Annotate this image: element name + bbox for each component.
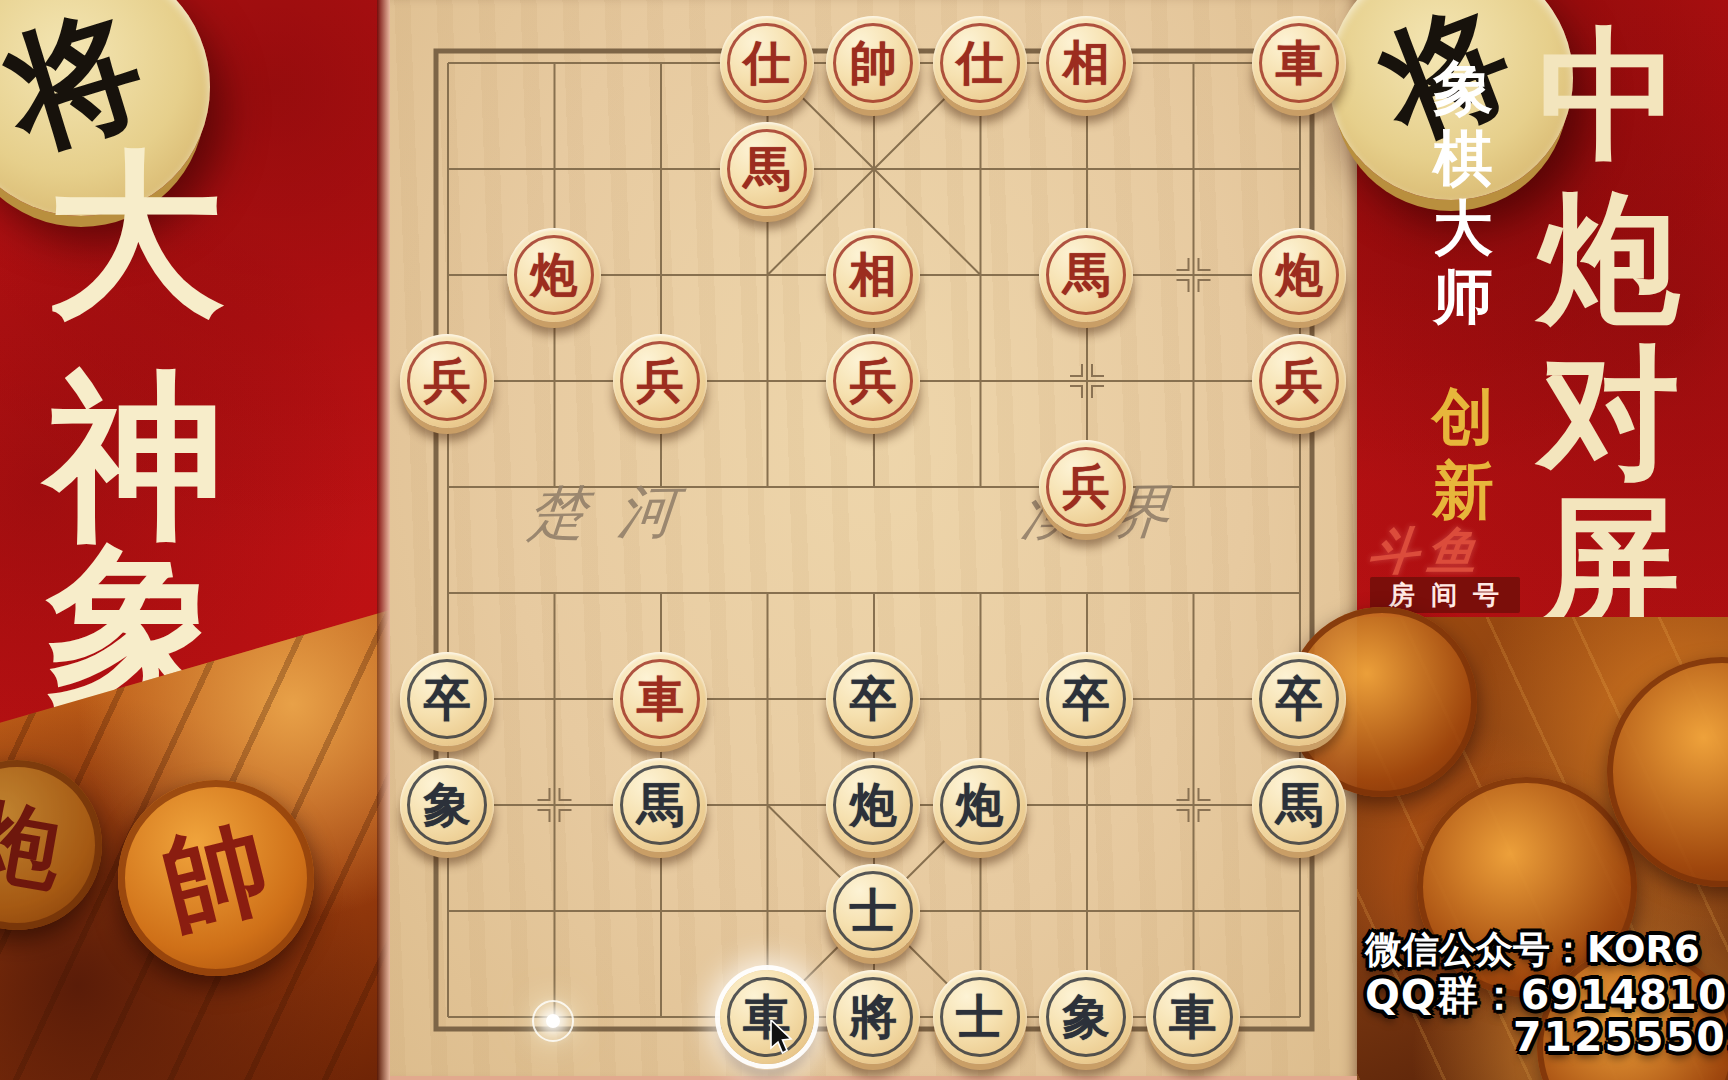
main-title-char-3: 对	[1533, 342, 1685, 484]
board-intersection-a6: 卒	[394, 646, 501, 752]
xiangqi-piece-red-d0[interactable]: 仕	[720, 16, 814, 110]
board-intersection-c3: 兵	[607, 328, 714, 434]
main-title-char-2: 炮	[1533, 188, 1685, 330]
board-intersection-a3: 兵	[394, 328, 501, 434]
board-intersection-g9: 象	[1033, 964, 1140, 1070]
piece-character: 象	[424, 774, 471, 837]
main-title-char-1: 中	[1533, 24, 1685, 166]
piece-character: 相	[1063, 32, 1110, 95]
xiangqi-piece-red-i0[interactable]: 車	[1252, 16, 1346, 110]
piece-character: 卒	[424, 668, 471, 731]
piece-character: 仕	[743, 32, 790, 95]
piece-character: 將	[850, 986, 897, 1049]
xiangqi-piece-black-d9[interactable]: 車	[720, 970, 814, 1064]
board-intersection-e7: 炮	[820, 752, 927, 858]
board-intersection-d0: 仕	[714, 10, 821, 116]
piece-character: 兵	[637, 350, 684, 413]
piece-character: 兵	[850, 350, 897, 413]
xiangqi-piece-red-g0[interactable]: 相	[1039, 16, 1133, 110]
main-title-char-4: 屏	[1533, 492, 1685, 634]
piece-character: 兵	[1276, 350, 1323, 413]
board-intersection-f9: 士	[927, 964, 1034, 1070]
piece-character: 車	[1169, 986, 1216, 1049]
piece-character: 炮	[956, 774, 1003, 837]
subtitle-char-3: 大	[1431, 198, 1495, 258]
piece-character: 馬	[1063, 244, 1110, 307]
board-intersection-e0: 帥	[820, 10, 927, 116]
piece-character: 卒	[850, 668, 897, 731]
xiangqi-piece-black-e7[interactable]: 炮	[826, 758, 920, 852]
board-intersection-g4: 兵	[1033, 434, 1140, 540]
piece-character: 炮	[1276, 244, 1323, 307]
xiangqi-piece-red-g4[interactable]: 兵	[1039, 440, 1133, 534]
piece-character: 士	[850, 880, 897, 943]
board-intersection-b2: 炮	[501, 222, 608, 328]
board-intersection-e9: 將	[820, 964, 927, 1070]
piece-character: 仕	[956, 32, 1003, 95]
piece-character: 炮	[530, 244, 577, 307]
xiangqi-piece-red-e0[interactable]: 帥	[826, 16, 920, 110]
board-intersection-c7: 馬	[607, 752, 714, 858]
xiangqi-board: 仕帥仕相車馬炮相馬炮兵兵兵兵兵車卒卒卒卒象馬炮炮馬士車將士象車	[394, 10, 1353, 1070]
board-intersection-f7: 炮	[927, 752, 1034, 858]
xiangqi-piece-red-d1[interactable]: 馬	[720, 122, 814, 216]
board-intersection-d9: 車	[714, 964, 821, 1070]
piece-character: 車	[637, 668, 684, 731]
board-intersection-i7: 馬	[1246, 752, 1353, 858]
subtitle-char-4: 师	[1431, 266, 1495, 326]
xiangqi-piece-black-h9[interactable]: 車	[1146, 970, 1240, 1064]
board-intersection-a7: 象	[394, 752, 501, 858]
board-intersection-i2: 炮	[1246, 222, 1353, 328]
xiangqi-piece-black-e6[interactable]: 卒	[826, 652, 920, 746]
right-banner: 将 象 棋 大 师 创 新 中 炮 对 屏 风 马 斗鱼 房间号 1227260	[1357, 0, 1728, 1080]
subtitle-char-1: 象	[1431, 58, 1495, 118]
piece-character: 馬	[637, 774, 684, 837]
board-intersection-g0: 相	[1033, 10, 1140, 116]
xiangqi-piece-black-i7[interactable]: 馬	[1252, 758, 1346, 852]
xiangqi-piece-black-e9[interactable]: 將	[826, 970, 920, 1064]
piece-character: 卒	[1276, 668, 1323, 731]
mouse-cursor	[770, 1020, 794, 1056]
xiangqi-piece-red-i3[interactable]: 兵	[1252, 334, 1346, 428]
xiangqi-piece-red-a3[interactable]: 兵	[400, 334, 494, 428]
xiangqi-piece-red-g2[interactable]: 馬	[1039, 228, 1133, 322]
piece-character: 炮	[850, 774, 897, 837]
xiangqi-board-panel: 楚河 漢界 仕帥仕相車馬炮相馬炮兵兵兵兵兵車卒卒卒卒象馬炮炮馬士車將士象車	[390, 0, 1357, 1080]
bottom-edge-strip	[390, 1076, 1357, 1080]
piece-character: 馬	[743, 138, 790, 201]
board-intersection-e3: 兵	[820, 328, 927, 434]
xiangqi-piece-red-f0[interactable]: 仕	[933, 16, 1027, 110]
xiangqi-piece-black-i6[interactable]: 卒	[1252, 652, 1346, 746]
board-intersection-i0: 車	[1246, 10, 1353, 116]
board-intersection-d1: 馬	[714, 116, 821, 222]
accent-char-1: 创	[1429, 386, 1497, 448]
board-intersection-e6: 卒	[820, 646, 927, 752]
xiangqi-piece-black-f7[interactable]: 炮	[933, 758, 1027, 852]
xiangqi-piece-black-a6[interactable]: 卒	[400, 652, 494, 746]
board-intersection-e2: 相	[820, 222, 927, 328]
piece-character: 相	[850, 244, 897, 307]
stream-frame: 将 大 神 象 棋 炮 帥 楚河 漢界 仕帥仕相車馬炮相馬炮兵兵兵兵兵車卒卒卒卒…	[0, 0, 1728, 1080]
subtitle-char-2: 棋	[1431, 128, 1495, 188]
piece-character: 車	[1276, 32, 1323, 95]
xiangqi-piece-red-c3[interactable]: 兵	[613, 334, 707, 428]
piece-character: 象	[1063, 986, 1110, 1049]
board-intersection-c6: 車	[607, 646, 714, 752]
left-title-char-2: 神	[38, 368, 233, 546]
board-intersection-g2: 馬	[1033, 222, 1140, 328]
xiangqi-piece-red-b2[interactable]: 炮	[507, 228, 601, 322]
xiangqi-piece-red-c6[interactable]: 車	[613, 652, 707, 746]
douyu-logo: 斗鱼	[1365, 518, 1488, 585]
photo-cannon-piece: 炮	[0, 760, 102, 930]
board-intersection-i6: 卒	[1246, 646, 1353, 752]
piece-character: 帥	[850, 32, 897, 95]
xiangqi-piece-black-f9[interactable]: 士	[933, 970, 1027, 1064]
qq-group-number-2: 712555099	[1513, 1013, 1728, 1061]
piece-character: 士	[956, 986, 1003, 1049]
left-title-char-1: 大	[38, 147, 233, 325]
piece-character: 兵	[424, 350, 471, 413]
board-intersection-f0: 仕	[927, 10, 1034, 116]
xiangqi-piece-red-e2[interactable]: 相	[826, 228, 920, 322]
board-intersection-i3: 兵	[1246, 328, 1353, 434]
accent-char-2: 新	[1429, 460, 1497, 522]
photo-general-piece: 帥	[118, 780, 314, 976]
xiangqi-piece-black-e8[interactable]: 士	[826, 864, 920, 958]
xiangqi-piece-black-g6[interactable]: 卒	[1039, 652, 1133, 746]
piece-character: 卒	[1063, 668, 1110, 731]
left-banner: 将 大 神 象 棋 炮 帥	[0, 0, 390, 1080]
board-intersection-h9: 車	[1140, 964, 1247, 1070]
board-intersection-g6: 卒	[1033, 646, 1140, 752]
xiangqi-piece-black-a7[interactable]: 象	[400, 758, 494, 852]
board-intersection-e8: 士	[820, 858, 927, 964]
xiangqi-piece-red-i2[interactable]: 炮	[1252, 228, 1346, 322]
piece-character: 兵	[1063, 456, 1110, 519]
xiangqi-piece-black-c7[interactable]: 馬	[613, 758, 707, 852]
piece-character: 馬	[1276, 774, 1323, 837]
xiangqi-piece-black-g9[interactable]: 象	[1039, 970, 1133, 1064]
xiangqi-piece-red-e3[interactable]: 兵	[826, 334, 920, 428]
